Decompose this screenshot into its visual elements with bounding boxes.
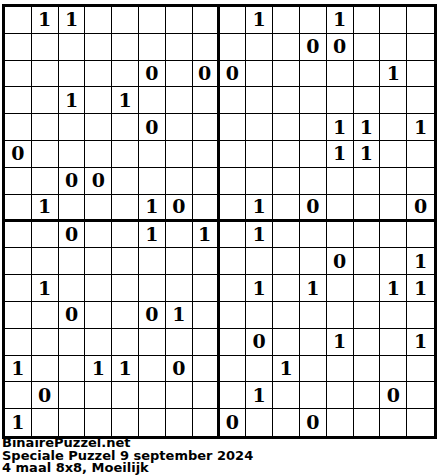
- cell-r9c16[interactable]: [407, 222, 434, 249]
- cell-r13c6[interactable]: [139, 329, 166, 356]
- cell-r13c10: 0: [246, 329, 273, 356]
- cell-r11c15: 1: [380, 275, 407, 302]
- cell-r7c11[interactable]: [273, 168, 300, 195]
- cell-r6c11[interactable]: [273, 141, 300, 168]
- cell-r8c7: 0: [166, 195, 193, 222]
- cell-r8c12: 0: [300, 195, 327, 222]
- cell-r3c14[interactable]: [354, 61, 381, 88]
- cell-r15c11[interactable]: [273, 382, 300, 409]
- cell-r4c7[interactable]: [166, 87, 193, 114]
- cell-r12c8[interactable]: [193, 302, 220, 329]
- cell-r16c12: 0: [300, 409, 327, 436]
- cell-r7c14[interactable]: [354, 168, 381, 195]
- cell-r13c16: 1: [407, 329, 434, 356]
- cell-r12c6: 0: [139, 302, 166, 329]
- cell-r8c5[interactable]: [112, 195, 139, 222]
- cell-r16c3[interactable]: [59, 409, 86, 436]
- cell-r2c13: 0: [327, 34, 354, 61]
- cell-r16c10[interactable]: [246, 409, 273, 436]
- cell-r2c3[interactable]: [59, 34, 86, 61]
- cell-r3c16[interactable]: [407, 61, 434, 88]
- cell-r3c7[interactable]: [166, 61, 193, 88]
- cell-r9c6: 1: [139, 222, 166, 249]
- cell-r10c1[interactable]: [5, 248, 32, 275]
- cell-r10c2[interactable]: [32, 248, 59, 275]
- cell-r8c1[interactable]: [5, 195, 32, 222]
- cell-r12c1[interactable]: [5, 302, 32, 329]
- cell-r2c15[interactable]: [380, 34, 407, 61]
- cell-r2c7[interactable]: [166, 34, 193, 61]
- cell-r1c15[interactable]: [380, 7, 407, 34]
- cell-r4c5: 1: [112, 87, 139, 114]
- cell-r13c5[interactable]: [112, 329, 139, 356]
- cell-r9c12[interactable]: [300, 222, 327, 249]
- cell-r5c1[interactable]: [5, 114, 32, 141]
- cell-r6c13: 1: [327, 141, 354, 168]
- cell-r2c14[interactable]: [354, 34, 381, 61]
- cell-r1c11[interactable]: [273, 7, 300, 34]
- cell-r12c7: 1: [166, 302, 193, 329]
- cell-r12c14[interactable]: [354, 302, 381, 329]
- cell-r2c1[interactable]: [5, 34, 32, 61]
- cell-r7c9[interactable]: [220, 168, 247, 195]
- cell-r11c13[interactable]: [327, 275, 354, 302]
- cell-r8c13[interactable]: [327, 195, 354, 222]
- cell-r4c2[interactable]: [32, 87, 59, 114]
- cell-r11c9[interactable]: [220, 275, 247, 302]
- cell-r10c10[interactable]: [246, 248, 273, 275]
- cell-r1c4[interactable]: [85, 7, 112, 34]
- cell-r6c4[interactable]: [85, 141, 112, 168]
- cell-r11c7[interactable]: [166, 275, 193, 302]
- cell-r16c7[interactable]: [166, 409, 193, 436]
- cell-r1c8[interactable]: [193, 7, 220, 34]
- cell-r13c3[interactable]: [59, 329, 86, 356]
- cell-r1c5[interactable]: [112, 7, 139, 34]
- cell-r16c8[interactable]: [193, 409, 220, 436]
- cell-r16c14[interactable]: [354, 409, 381, 436]
- cell-r7c3: 0: [59, 168, 86, 195]
- cell-r1c10: 1: [246, 7, 273, 34]
- cell-r14c16[interactable]: [407, 356, 434, 383]
- cell-r6c1: 0: [5, 141, 32, 168]
- cell-r11c1[interactable]: [5, 275, 32, 302]
- cell-r3c13[interactable]: [327, 61, 354, 88]
- cell-r16c16[interactable]: [407, 409, 434, 436]
- cell-r15c5[interactable]: [112, 382, 139, 409]
- cell-r6c5[interactable]: [112, 141, 139, 168]
- cell-r16c2[interactable]: [32, 409, 59, 436]
- cell-r4c16[interactable]: [407, 87, 434, 114]
- cell-r4c15[interactable]: [380, 87, 407, 114]
- cell-r2c6[interactable]: [139, 34, 166, 61]
- cell-r1c2: 1: [32, 7, 59, 34]
- cell-r8c9[interactable]: [220, 195, 247, 222]
- cell-r5c6: 0: [139, 114, 166, 141]
- cell-r8c4[interactable]: [85, 195, 112, 222]
- cell-r15c12[interactable]: [300, 382, 327, 409]
- cell-r1c3: 1: [59, 7, 86, 34]
- cell-r10c13: 0: [327, 248, 354, 275]
- cell-r14c4: 1: [85, 356, 112, 383]
- cell-r3c4[interactable]: [85, 61, 112, 88]
- cell-r6c15[interactable]: [380, 141, 407, 168]
- cell-r16c9: 0: [220, 409, 247, 436]
- cell-r1c14[interactable]: [354, 7, 381, 34]
- cell-r15c14[interactable]: [354, 382, 381, 409]
- cell-r14c2[interactable]: [32, 356, 59, 383]
- cell-r13c7[interactable]: [166, 329, 193, 356]
- cell-r9c9[interactable]: [220, 222, 247, 249]
- cell-r11c5[interactable]: [112, 275, 139, 302]
- cell-r15c6[interactable]: [139, 382, 166, 409]
- cell-r15c7[interactable]: [166, 382, 193, 409]
- cell-r9c15[interactable]: [380, 222, 407, 249]
- cell-r8c16: 0: [407, 195, 434, 222]
- cell-r10c9[interactable]: [220, 248, 247, 275]
- cell-r1c6[interactable]: [139, 7, 166, 34]
- cell-r7c1[interactable]: [5, 168, 32, 195]
- cell-r16c5[interactable]: [112, 409, 139, 436]
- cell-r15c1[interactable]: [5, 382, 32, 409]
- cell-r11c12: 1: [300, 275, 327, 302]
- cell-r5c12[interactable]: [300, 114, 327, 141]
- cell-r9c2[interactable]: [32, 222, 59, 249]
- cell-r16c4[interactable]: [85, 409, 112, 436]
- cell-r10c5[interactable]: [112, 248, 139, 275]
- cell-r3c10[interactable]: [246, 61, 273, 88]
- cell-r2c16[interactable]: [407, 34, 434, 61]
- cell-r8c11[interactable]: [273, 195, 300, 222]
- puzzle-spec: 4 maal 8x8, Moeilijk: [2, 462, 253, 475]
- cell-r8c3[interactable]: [59, 195, 86, 222]
- cell-r1c1[interactable]: [5, 7, 32, 34]
- footer: BinairePuzzel.net Speciale Puzzel 9 sept…: [2, 437, 253, 475]
- cell-r10c16: 1: [407, 248, 434, 275]
- cell-r10c14[interactable]: [354, 248, 381, 275]
- cell-r3c12[interactable]: [300, 61, 327, 88]
- cell-r1c13: 1: [327, 7, 354, 34]
- cell-r11c16: 1: [407, 275, 434, 302]
- cell-r13c9[interactable]: [220, 329, 247, 356]
- cell-r16c1: 1: [5, 409, 32, 436]
- cell-r10c11[interactable]: [273, 248, 300, 275]
- cell-r5c14: 1: [354, 114, 381, 141]
- cell-r9c14[interactable]: [354, 222, 381, 249]
- cell-r12c4[interactable]: [85, 302, 112, 329]
- cell-r6c10[interactable]: [246, 141, 273, 168]
- cell-r15c4[interactable]: [85, 382, 112, 409]
- cell-r7c16[interactable]: [407, 168, 434, 195]
- cell-r15c2: 0: [32, 382, 59, 409]
- cell-r5c11[interactable]: [273, 114, 300, 141]
- cell-r4c3: 1: [59, 87, 86, 114]
- cell-r11c8[interactable]: [193, 275, 220, 302]
- cell-r5c13: 1: [327, 114, 354, 141]
- cell-r12c9[interactable]: [220, 302, 247, 329]
- cell-r7c12[interactable]: [300, 168, 327, 195]
- cell-r1c16[interactable]: [407, 7, 434, 34]
- cell-r7c13[interactable]: [327, 168, 354, 195]
- cell-r13c14[interactable]: [354, 329, 381, 356]
- cell-r4c14[interactable]: [354, 87, 381, 114]
- cell-r15c15: 0: [380, 382, 407, 409]
- cell-r10c6[interactable]: [139, 248, 166, 275]
- cell-r6c7[interactable]: [166, 141, 193, 168]
- cell-r13c12[interactable]: [300, 329, 327, 356]
- cell-r3c1[interactable]: [5, 61, 32, 88]
- cell-r4c10[interactable]: [246, 87, 273, 114]
- cell-r12c11[interactable]: [273, 302, 300, 329]
- cell-r11c3[interactable]: [59, 275, 86, 302]
- cell-r6c6[interactable]: [139, 141, 166, 168]
- cell-r16c15[interactable]: [380, 409, 407, 436]
- cell-r4c6[interactable]: [139, 87, 166, 114]
- cell-r5c16: 1: [407, 114, 434, 141]
- cell-r4c1[interactable]: [5, 87, 32, 114]
- cell-r14c7: 0: [166, 356, 193, 383]
- cell-r5c7[interactable]: [166, 114, 193, 141]
- cell-r6c2[interactable]: [32, 141, 59, 168]
- cell-r6c9[interactable]: [220, 141, 247, 168]
- cell-r16c13[interactable]: [327, 409, 354, 436]
- binary-puzzle-board: 1111000001110111011001101000111011111100…: [2, 4, 437, 439]
- cell-r8c8[interactable]: [193, 195, 220, 222]
- cell-r6c16[interactable]: [407, 141, 434, 168]
- cell-r6c14: 1: [354, 141, 381, 168]
- cell-r16c11[interactable]: [273, 409, 300, 436]
- cell-r5c8[interactable]: [193, 114, 220, 141]
- cell-r1c12[interactable]: [300, 7, 327, 34]
- cell-r11c4[interactable]: [85, 275, 112, 302]
- cell-r2c2[interactable]: [32, 34, 59, 61]
- cell-r5c2[interactable]: [32, 114, 59, 141]
- cell-r9c7[interactable]: [166, 222, 193, 249]
- cell-r5c15[interactable]: [380, 114, 407, 141]
- cell-r15c9[interactable]: [220, 382, 247, 409]
- cell-r1c7[interactable]: [166, 7, 193, 34]
- cell-r3c9: 0: [220, 61, 247, 88]
- cell-r13c2[interactable]: [32, 329, 59, 356]
- cell-r14c14[interactable]: [354, 356, 381, 383]
- cell-r10c12[interactable]: [300, 248, 327, 275]
- cell-r12c13[interactable]: [327, 302, 354, 329]
- cell-r2c8[interactable]: [193, 34, 220, 61]
- cell-r2c5[interactable]: [112, 34, 139, 61]
- cell-r9c3: 0: [59, 222, 86, 249]
- cell-r13c15[interactable]: [380, 329, 407, 356]
- cell-r3c6: 0: [139, 61, 166, 88]
- cell-r7c2[interactable]: [32, 168, 59, 195]
- cell-r12c15[interactable]: [380, 302, 407, 329]
- cell-r12c10[interactable]: [246, 302, 273, 329]
- cell-r3c11[interactable]: [273, 61, 300, 88]
- cell-r13c8[interactable]: [193, 329, 220, 356]
- cell-r7c10[interactable]: [246, 168, 273, 195]
- cell-r4c12[interactable]: [300, 87, 327, 114]
- cell-r14c11: 1: [273, 356, 300, 383]
- cell-r10c15[interactable]: [380, 248, 407, 275]
- cell-r7c4: 0: [85, 168, 112, 195]
- cell-r9c4[interactable]: [85, 222, 112, 249]
- cell-r9c11[interactable]: [273, 222, 300, 249]
- cell-r14c15[interactable]: [380, 356, 407, 383]
- cell-r13c1[interactable]: [5, 329, 32, 356]
- cell-r6c3[interactable]: [59, 141, 86, 168]
- cell-r4c13[interactable]: [327, 87, 354, 114]
- cell-r6c8[interactable]: [193, 141, 220, 168]
- cell-r8c6: 1: [139, 195, 166, 222]
- cell-r2c10[interactable]: [246, 34, 273, 61]
- cell-r13c4[interactable]: [85, 329, 112, 356]
- cell-r12c5[interactable]: [112, 302, 139, 329]
- cell-r12c16[interactable]: [407, 302, 434, 329]
- cell-r10c3[interactable]: [59, 248, 86, 275]
- cell-r14c10[interactable]: [246, 356, 273, 383]
- cell-r5c5[interactable]: [112, 114, 139, 141]
- cell-r5c9[interactable]: [220, 114, 247, 141]
- cell-r10c7[interactable]: [166, 248, 193, 275]
- cell-r4c4[interactable]: [85, 87, 112, 114]
- cell-r8c14[interactable]: [354, 195, 381, 222]
- cell-r15c3[interactable]: [59, 382, 86, 409]
- cell-r11c14[interactable]: [354, 275, 381, 302]
- cell-r3c5[interactable]: [112, 61, 139, 88]
- cell-r8c2: 1: [32, 195, 59, 222]
- cell-r9c8: 1: [193, 222, 220, 249]
- cell-r7c8[interactable]: [193, 168, 220, 195]
- cell-r2c9[interactable]: [220, 34, 247, 61]
- cell-r7c6[interactable]: [139, 168, 166, 195]
- cell-r1c9[interactable]: [220, 7, 247, 34]
- cell-r2c4[interactable]: [85, 34, 112, 61]
- cell-r13c13: 1: [327, 329, 354, 356]
- cell-r9c10: 1: [246, 222, 273, 249]
- cell-r14c12[interactable]: [300, 356, 327, 383]
- cell-r4c9[interactable]: [220, 87, 247, 114]
- cell-r14c1: 1: [5, 356, 32, 383]
- cell-r15c8[interactable]: [193, 382, 220, 409]
- cell-r12c12[interactable]: [300, 302, 327, 329]
- cell-r14c9[interactable]: [220, 356, 247, 383]
- cell-r15c13[interactable]: [327, 382, 354, 409]
- cell-r12c2[interactable]: [32, 302, 59, 329]
- cell-r11c11[interactable]: [273, 275, 300, 302]
- cell-r14c8[interactable]: [193, 356, 220, 383]
- cell-r2c11[interactable]: [273, 34, 300, 61]
- cell-r15c10: 1: [246, 382, 273, 409]
- cell-r2c12: 0: [300, 34, 327, 61]
- cell-r3c8: 0: [193, 61, 220, 88]
- cell-r9c5[interactable]: [112, 222, 139, 249]
- cell-r5c4[interactable]: [85, 114, 112, 141]
- cell-r8c10: 1: [246, 195, 273, 222]
- cell-r7c7[interactable]: [166, 168, 193, 195]
- cell-r3c3[interactable]: [59, 61, 86, 88]
- cell-r14c3[interactable]: [59, 356, 86, 383]
- cell-r11c6[interactable]: [139, 275, 166, 302]
- cell-r14c6[interactable]: [139, 356, 166, 383]
- cell-r3c15: 1: [380, 61, 407, 88]
- cell-r16c6[interactable]: [139, 409, 166, 436]
- cell-r9c13[interactable]: [327, 222, 354, 249]
- cell-r14c5: 1: [112, 356, 139, 383]
- cell-r5c10[interactable]: [246, 114, 273, 141]
- cell-r3c2[interactable]: [32, 61, 59, 88]
- cell-r10c8[interactable]: [193, 248, 220, 275]
- cell-r4c8[interactable]: [193, 87, 220, 114]
- cell-r6c12[interactable]: [300, 141, 327, 168]
- cell-r7c15[interactable]: [380, 168, 407, 195]
- cell-r5c3[interactable]: [59, 114, 86, 141]
- cell-r8c15[interactable]: [380, 195, 407, 222]
- cell-r4c11[interactable]: [273, 87, 300, 114]
- cell-r9c1[interactable]: [5, 222, 32, 249]
- cell-r11c10: 1: [246, 275, 273, 302]
- cell-r7c5[interactable]: [112, 168, 139, 195]
- cell-r11c2: 1: [32, 275, 59, 302]
- cell-r15c16[interactable]: [407, 382, 434, 409]
- cell-r13c11[interactable]: [273, 329, 300, 356]
- cell-r12c3: 0: [59, 302, 86, 329]
- cell-r14c13[interactable]: [327, 356, 354, 383]
- cell-r10c4[interactable]: [85, 248, 112, 275]
